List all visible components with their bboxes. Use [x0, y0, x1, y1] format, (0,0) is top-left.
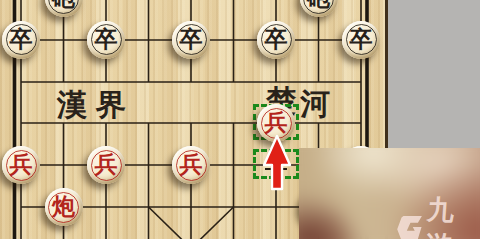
- piece-glyph: 卒: [265, 20, 288, 58]
- jiuyou-9game-logo-icon: [391, 207, 425, 239]
- board-point-f8-r4[interactable]: [297, 19, 340, 61]
- river-label-han: 漢: [57, 90, 87, 120]
- piece-glyph: 炮: [52, 187, 75, 225]
- red-pawn-a[interactable]: 兵: [2, 146, 40, 184]
- black-pawn-a[interactable]: 卒: [2, 21, 40, 59]
- board-point-f6-r3[interactable]: [212, 0, 255, 19]
- piece-glyph: 卒: [350, 20, 373, 58]
- board-point-f6-r4[interactable]: [212, 19, 255, 61]
- watermark: 九游: [389, 192, 480, 239]
- river-label-he: 河: [300, 89, 330, 119]
- piece-glyph: 兵: [10, 145, 33, 183]
- board-point-f2-r7[interactable]: [42, 144, 85, 186]
- red-pawn-e[interactable]: 兵: [172, 146, 210, 184]
- piece-glyph: 砲: [52, 0, 75, 16]
- piece-glyph: 卒: [180, 20, 203, 58]
- black-pawn-g[interactable]: 卒: [257, 21, 295, 59]
- board-point-f6-r6[interactable]: [212, 103, 255, 145]
- black-pawn-c[interactable]: 卒: [87, 21, 125, 59]
- red-pawn-c[interactable]: 兵: [87, 146, 125, 184]
- red-cannon-left[interactable]: 炮: [45, 188, 83, 226]
- board-point-f5-r6[interactable]: [170, 103, 213, 145]
- board-point-f6-r8[interactable]: [212, 186, 255, 228]
- board-point-f3-r3[interactable]: [85, 0, 128, 19]
- board-point-f1-r3[interactable]: [0, 0, 42, 19]
- xiangqi-screenshot: 漢 界 楚 河 砲砲卒卒卒卒卒兵兵兵兵兵炮炮 九游: [0, 0, 480, 239]
- piece-glyph: 兵: [180, 145, 203, 183]
- board-point-f5-r3[interactable]: [170, 0, 213, 19]
- piece-glyph: 卒: [10, 20, 33, 58]
- board-point-f9-r6[interactable]: [340, 103, 383, 145]
- board-point-f2-r4[interactable]: [42, 19, 85, 61]
- board-point-f9-r3[interactable]: [340, 0, 383, 19]
- black-pawn-i[interactable]: 卒: [342, 21, 380, 59]
- board-point-f7-r3[interactable]: [255, 0, 298, 19]
- move-arrow-icon: [257, 131, 297, 193]
- piece-glyph: 卒: [95, 20, 118, 58]
- board-point-f6-r5[interactable]: [212, 61, 255, 103]
- board-point-f4-r5[interactable]: [127, 61, 170, 103]
- board-point-f1-r8[interactable]: [0, 186, 42, 228]
- river-label-jie: 界: [96, 90, 126, 120]
- board-point-f4-r7[interactable]: [127, 144, 170, 186]
- board-point-f5-r5[interactable]: [170, 61, 213, 103]
- black-pawn-e[interactable]: 卒: [172, 21, 210, 59]
- watermark-text: 九游: [423, 192, 480, 239]
- board-point-f4-r6[interactable]: [127, 103, 170, 145]
- board-point-f4-r4[interactable]: [127, 19, 170, 61]
- piece-glyph: 兵: [95, 145, 118, 183]
- board-point-f4-r3[interactable]: [127, 0, 170, 19]
- piece-glyph: 砲: [307, 0, 330, 16]
- board-point-f5-r8[interactable]: [170, 186, 213, 228]
- board-point-f9-r5[interactable]: [340, 61, 383, 103]
- board-point-f1-r6[interactable]: [0, 103, 42, 145]
- board-point-f1-r5[interactable]: [0, 61, 42, 103]
- board-point-f6-r7[interactable]: [212, 144, 255, 186]
- board-point-f4-r8[interactable]: [127, 186, 170, 228]
- board-point-f3-r8[interactable]: [85, 186, 128, 228]
